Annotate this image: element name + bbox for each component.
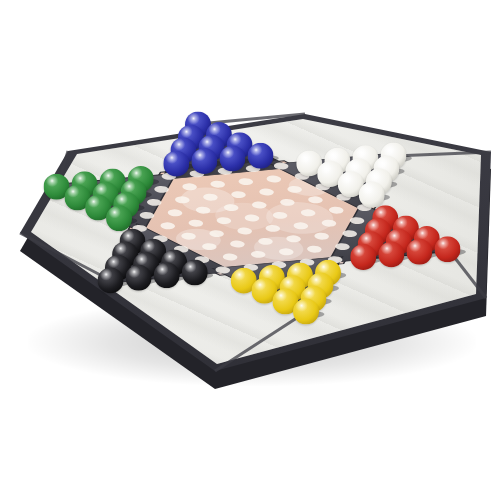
marble-red[interactable] (434, 236, 460, 262)
marble-green[interactable] (106, 205, 132, 231)
marble-blue[interactable] (247, 143, 273, 169)
chinese-checkers-product-photo (0, 0, 500, 500)
marble-red[interactable] (378, 241, 404, 267)
marble-blue[interactable] (163, 150, 189, 176)
marble-red[interactable] (350, 244, 376, 270)
marble-blue[interactable] (219, 145, 245, 171)
marble-black[interactable] (126, 265, 152, 291)
marble-black[interactable] (154, 262, 180, 288)
marble-white[interactable] (359, 182, 385, 208)
star-geometry (0, 85, 500, 351)
marble-blue[interactable] (191, 148, 217, 174)
marble-red[interactable] (406, 239, 432, 265)
marble-black[interactable] (98, 267, 124, 293)
marble-black[interactable] (182, 260, 208, 286)
marble-yellow[interactable] (293, 299, 319, 325)
